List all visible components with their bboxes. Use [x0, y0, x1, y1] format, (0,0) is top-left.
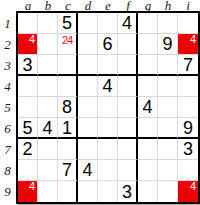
cell-b7[interactable]: [38, 139, 58, 160]
cell-a6[interactable]: 5: [18, 118, 38, 139]
cell-g4[interactable]: [138, 76, 158, 97]
row-label-2: 2: [0, 34, 15, 55]
cell-c1[interactable]: 5: [58, 13, 78, 34]
given-digit: 7: [62, 161, 72, 179]
given-digit: 6: [102, 35, 112, 53]
given-digit: 1: [62, 119, 72, 137]
cell-i7[interactable]: 3: [178, 139, 198, 160]
cell-g1[interactable]: [138, 13, 158, 34]
row-label-8: 8: [0, 160, 15, 181]
cell-i8[interactable]: [178, 160, 198, 181]
cell-a5[interactable]: [18, 97, 38, 118]
row-label-5: 5: [0, 97, 15, 118]
cell-b1[interactable]: [38, 13, 58, 34]
cell-h8[interactable]: [158, 160, 178, 181]
cell-f5[interactable]: [118, 97, 138, 118]
highlight-candidate: 4: [190, 181, 196, 192]
cell-d8[interactable]: 4: [78, 160, 98, 181]
given-digit: 4: [82, 161, 92, 179]
cell-d4[interactable]: [78, 76, 98, 97]
cell-f8[interactable]: [118, 160, 138, 181]
highlight-candidate: 4: [29, 34, 35, 45]
cell-f6[interactable]: [118, 118, 138, 139]
cell-f7[interactable]: [118, 139, 138, 160]
cell-i6[interactable]: 9: [178, 118, 198, 139]
row-label-4: 4: [0, 76, 15, 97]
cell-h7[interactable]: [158, 139, 178, 160]
given-digit: 9: [162, 35, 172, 53]
cell-b9[interactable]: [38, 181, 58, 202]
cell-a7[interactable]: 2: [18, 139, 38, 160]
cell-b5[interactable]: [38, 97, 58, 118]
cell-f1[interactable]: 4: [118, 13, 138, 34]
given-digit: 4: [142, 98, 152, 116]
cell-g6[interactable]: [138, 118, 158, 139]
sudoku-grid: 544246943748454192374434: [16, 11, 200, 204]
cell-g8[interactable]: [138, 160, 158, 181]
row-label-9: 9: [0, 181, 15, 202]
given-digit: 5: [62, 14, 72, 32]
cell-h4[interactable]: [158, 76, 178, 97]
cell-b6[interactable]: 4: [38, 118, 58, 139]
cell-e2[interactable]: 6: [98, 34, 118, 55]
given-digit: 4: [122, 14, 132, 32]
row-label-3: 3: [0, 55, 15, 76]
cell-c8[interactable]: 7: [58, 160, 78, 181]
cell-e4[interactable]: 4: [98, 76, 118, 97]
cell-c4[interactable]: [58, 76, 78, 97]
cell-a8[interactable]: [18, 160, 38, 181]
cell-h5[interactable]: [158, 97, 178, 118]
cell-c5[interactable]: 8: [58, 97, 78, 118]
cell-i3[interactable]: 7: [178, 55, 198, 76]
cell-f2[interactable]: [118, 34, 138, 55]
cell-a2[interactable]: 4: [18, 34, 38, 55]
cell-c2[interactable]: 24: [58, 34, 78, 55]
cell-h6[interactable]: [158, 118, 178, 139]
row-label-1: 1: [0, 13, 15, 34]
cell-e6[interactable]: [98, 118, 118, 139]
cell-i5[interactable]: [178, 97, 198, 118]
cell-h9[interactable]: [158, 181, 178, 202]
cell-f4[interactable]: [118, 76, 138, 97]
sudoku-board: abcdefghi 123456789 54424694374845419237…: [0, 0, 200, 205]
row-label-7: 7: [0, 139, 15, 160]
cell-d1[interactable]: [78, 13, 98, 34]
given-digit: 2: [22, 140, 32, 158]
cell-d6[interactable]: [78, 118, 98, 139]
cell-c6[interactable]: 1: [58, 118, 78, 139]
cell-b3[interactable]: [38, 55, 58, 76]
cell-b4[interactable]: [38, 76, 58, 97]
cell-e8[interactable]: [98, 160, 118, 181]
cell-h2[interactable]: 9: [158, 34, 178, 55]
cell-a1[interactable]: [18, 13, 38, 34]
cell-e3[interactable]: [98, 55, 118, 76]
row-label-6: 6: [0, 118, 15, 139]
highlight-candidate: 4: [29, 181, 35, 192]
cell-d3[interactable]: [78, 55, 98, 76]
cell-a4[interactable]: [18, 76, 38, 97]
given-digit: 5: [22, 119, 32, 137]
cell-d9[interactable]: [78, 181, 98, 202]
cell-g7[interactable]: [138, 139, 158, 160]
cell-b2[interactable]: [38, 34, 58, 55]
cell-a9[interactable]: 4: [18, 181, 38, 202]
cell-d2[interactable]: [78, 34, 98, 55]
cell-i4[interactable]: [178, 76, 198, 97]
row-labels: 123456789: [0, 13, 15, 202]
cell-e7[interactable]: [98, 139, 118, 160]
cell-e5[interactable]: [98, 97, 118, 118]
cell-i9[interactable]: 4: [178, 181, 198, 202]
cell-e1[interactable]: [98, 13, 118, 34]
cell-g2[interactable]: [138, 34, 158, 55]
cell-c7[interactable]: [58, 139, 78, 160]
given-digit: 8: [62, 98, 72, 116]
cell-f3[interactable]: [118, 55, 138, 76]
cell-f9[interactable]: 3: [118, 181, 138, 202]
given-digit: 3: [22, 56, 32, 74]
cell-i1[interactable]: [178, 13, 198, 34]
given-digit: 4: [42, 119, 52, 137]
given-digit: 3: [183, 140, 193, 158]
given-digit: 7: [183, 56, 193, 74]
given-digit: 4: [102, 77, 112, 95]
cell-d7[interactable]: [78, 139, 98, 160]
cell-h1[interactable]: [158, 13, 178, 34]
cell-g9[interactable]: [138, 181, 158, 202]
cell-g5[interactable]: 4: [138, 97, 158, 118]
cell-g3[interactable]: [138, 55, 158, 76]
cell-b8[interactable]: [38, 160, 58, 181]
cell-c3[interactable]: [58, 55, 78, 76]
cell-e9[interactable]: [98, 181, 118, 202]
pencil-mark-4: 4: [67, 35, 73, 46]
cell-a3[interactable]: 3: [18, 55, 38, 76]
cell-i2[interactable]: 4: [178, 34, 198, 55]
highlight-candidate: 4: [190, 34, 196, 45]
cell-d5[interactable]: [78, 97, 98, 118]
given-digit: 3: [122, 183, 132, 201]
cell-c9[interactable]: [58, 181, 78, 202]
cell-h3[interactable]: [158, 55, 178, 76]
given-digit: 9: [183, 119, 193, 137]
